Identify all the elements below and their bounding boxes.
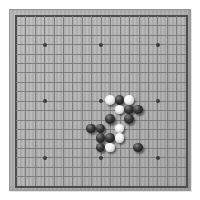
grid-line-vertical: [167, 16, 168, 186]
white-stone: [105, 95, 115, 105]
grid-line-horizontal: [16, 176, 186, 177]
go-board[interactable]: [9, 9, 191, 191]
black-stone: [86, 124, 96, 134]
grid-line-horizontal: [16, 120, 186, 121]
white-stone: [124, 95, 134, 105]
black-stone: [115, 95, 125, 105]
grid-line-horizontal: [16, 110, 186, 111]
grid-line-vertical: [139, 16, 140, 186]
black-stone: [124, 105, 134, 115]
black-stone: [124, 114, 134, 124]
board-grid: [10, 10, 190, 190]
black-stone: [96, 133, 106, 143]
black-stone: [105, 114, 115, 124]
star-point: [156, 43, 160, 47]
black-stone: [105, 133, 115, 143]
star-point: [99, 43, 103, 47]
grid-line-vertical: [176, 16, 177, 186]
star-point: [156, 156, 160, 160]
grid-line-horizontal: [16, 167, 186, 168]
page-background: { "game": "go", "board": { "size": 19, "…: [0, 0, 200, 200]
black-stone: [133, 143, 143, 153]
grid-line-vertical: [148, 16, 149, 186]
white-stone: [115, 133, 125, 143]
star-point: [43, 156, 47, 160]
star-point: [43, 99, 47, 103]
white-stone: [105, 143, 115, 153]
star-point: [43, 43, 47, 47]
